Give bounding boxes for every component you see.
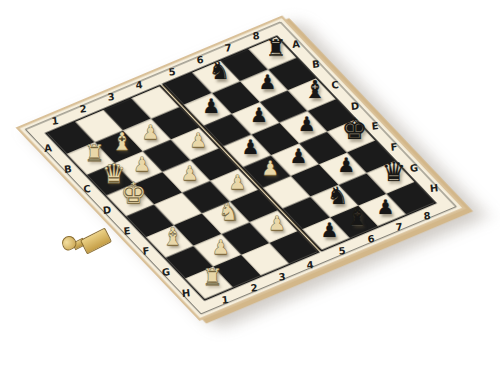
black-pawn-h5[interactable]: ♟ xyxy=(320,220,338,240)
rank-label-top-8: 8 xyxy=(252,30,260,42)
file-label-right-g: G xyxy=(409,162,418,174)
file-label-left-g: G xyxy=(161,266,170,278)
black-bishop-h6[interactable]: ♝ xyxy=(346,204,368,229)
file-label-right-h: H xyxy=(429,182,438,194)
rank-label-bottom-2: 2 xyxy=(250,282,258,294)
white-rook-h1[interactable]: ♜ xyxy=(202,267,223,290)
file-label-right-f: F xyxy=(390,141,398,153)
file-label-right-c: C xyxy=(331,79,339,91)
rank-label-bottom-4: 4 xyxy=(306,259,314,271)
black-pawn-d5[interactable]: ♟ xyxy=(242,137,260,157)
white-pawn-c2[interactable]: ♟ xyxy=(133,154,151,174)
white-pawn-c4[interactable]: ♟ xyxy=(189,130,207,150)
file-label-left-h: H xyxy=(181,287,190,299)
black-queen-g8[interactable]: ♛ xyxy=(382,158,406,185)
file-label-left-c: C xyxy=(83,183,91,195)
rank-label-top-7: 7 xyxy=(224,42,232,54)
file-label-right-b: B xyxy=(311,58,320,70)
white-pawn-d3[interactable]: ♟ xyxy=(181,163,199,183)
rank-label-bottom-8: 8 xyxy=(423,210,431,222)
file-label-left-f: F xyxy=(142,245,150,257)
white-bishop-b2[interactable]: ♝ xyxy=(111,129,133,154)
black-knight-a6[interactable]: ♞ xyxy=(209,60,231,84)
file-label-left-a: A xyxy=(43,142,52,154)
black-king-e8[interactable]: ♚ xyxy=(342,115,368,144)
white-pawn-b3[interactable]: ♟ xyxy=(141,121,159,141)
brass-clasp-plate xyxy=(80,228,112,255)
white-king-d1[interactable]: ♚ xyxy=(121,179,147,208)
file-label-right-e: E xyxy=(371,120,379,132)
black-rook-a8[interactable]: ♜ xyxy=(265,37,286,60)
rank-label-top-2: 2 xyxy=(79,103,87,115)
rank-label-bottom-6: 6 xyxy=(367,233,375,245)
black-pawn-e6[interactable]: ♟ xyxy=(289,146,307,166)
chess-set-photo-scene: AABBCCDDEEFFGGHH1122334455667788 ♜♝♚♛♟♟♟… xyxy=(0,0,500,389)
file-label-right-a: A xyxy=(291,38,300,50)
file-label-left-e: E xyxy=(123,225,131,237)
black-pawn-b5[interactable]: ♟ xyxy=(202,96,220,116)
white-bishop-f1[interactable]: ♝ xyxy=(162,223,184,248)
rank-label-top-4: 4 xyxy=(135,79,143,91)
black-pawn-d7[interactable]: ♟ xyxy=(298,114,316,134)
black-pawn-f7[interactable]: ♟ xyxy=(337,155,355,175)
black-bishop-c8[interactable]: ♝ xyxy=(304,77,326,102)
rank-label-top-6: 6 xyxy=(196,54,204,66)
rank-label-top-3: 3 xyxy=(107,91,115,103)
white-pawn-g2[interactable]: ♟ xyxy=(212,237,230,257)
rank-label-bottom-3: 3 xyxy=(278,271,286,283)
rank-label-bottom-7: 7 xyxy=(395,221,403,233)
white-pawn-e5[interactable]: ♟ xyxy=(261,158,279,178)
black-pawn-h7[interactable]: ♟ xyxy=(377,196,395,216)
black-pawn-c6[interactable]: ♟ xyxy=(250,105,268,125)
file-label-right-d: D xyxy=(350,100,359,112)
white-pawn-e4[interactable]: ♟ xyxy=(229,172,247,192)
rank-label-top-1: 1 xyxy=(51,115,59,127)
black-pawn-b7[interactable]: ♟ xyxy=(258,72,276,92)
white-knight-f3[interactable]: ♞ xyxy=(218,201,240,225)
rank-label-top-5: 5 xyxy=(168,66,176,78)
file-label-left-b: B xyxy=(63,163,72,175)
white-pawn-g4[interactable]: ♟ xyxy=(268,213,286,233)
file-label-left-d: D xyxy=(102,204,111,216)
